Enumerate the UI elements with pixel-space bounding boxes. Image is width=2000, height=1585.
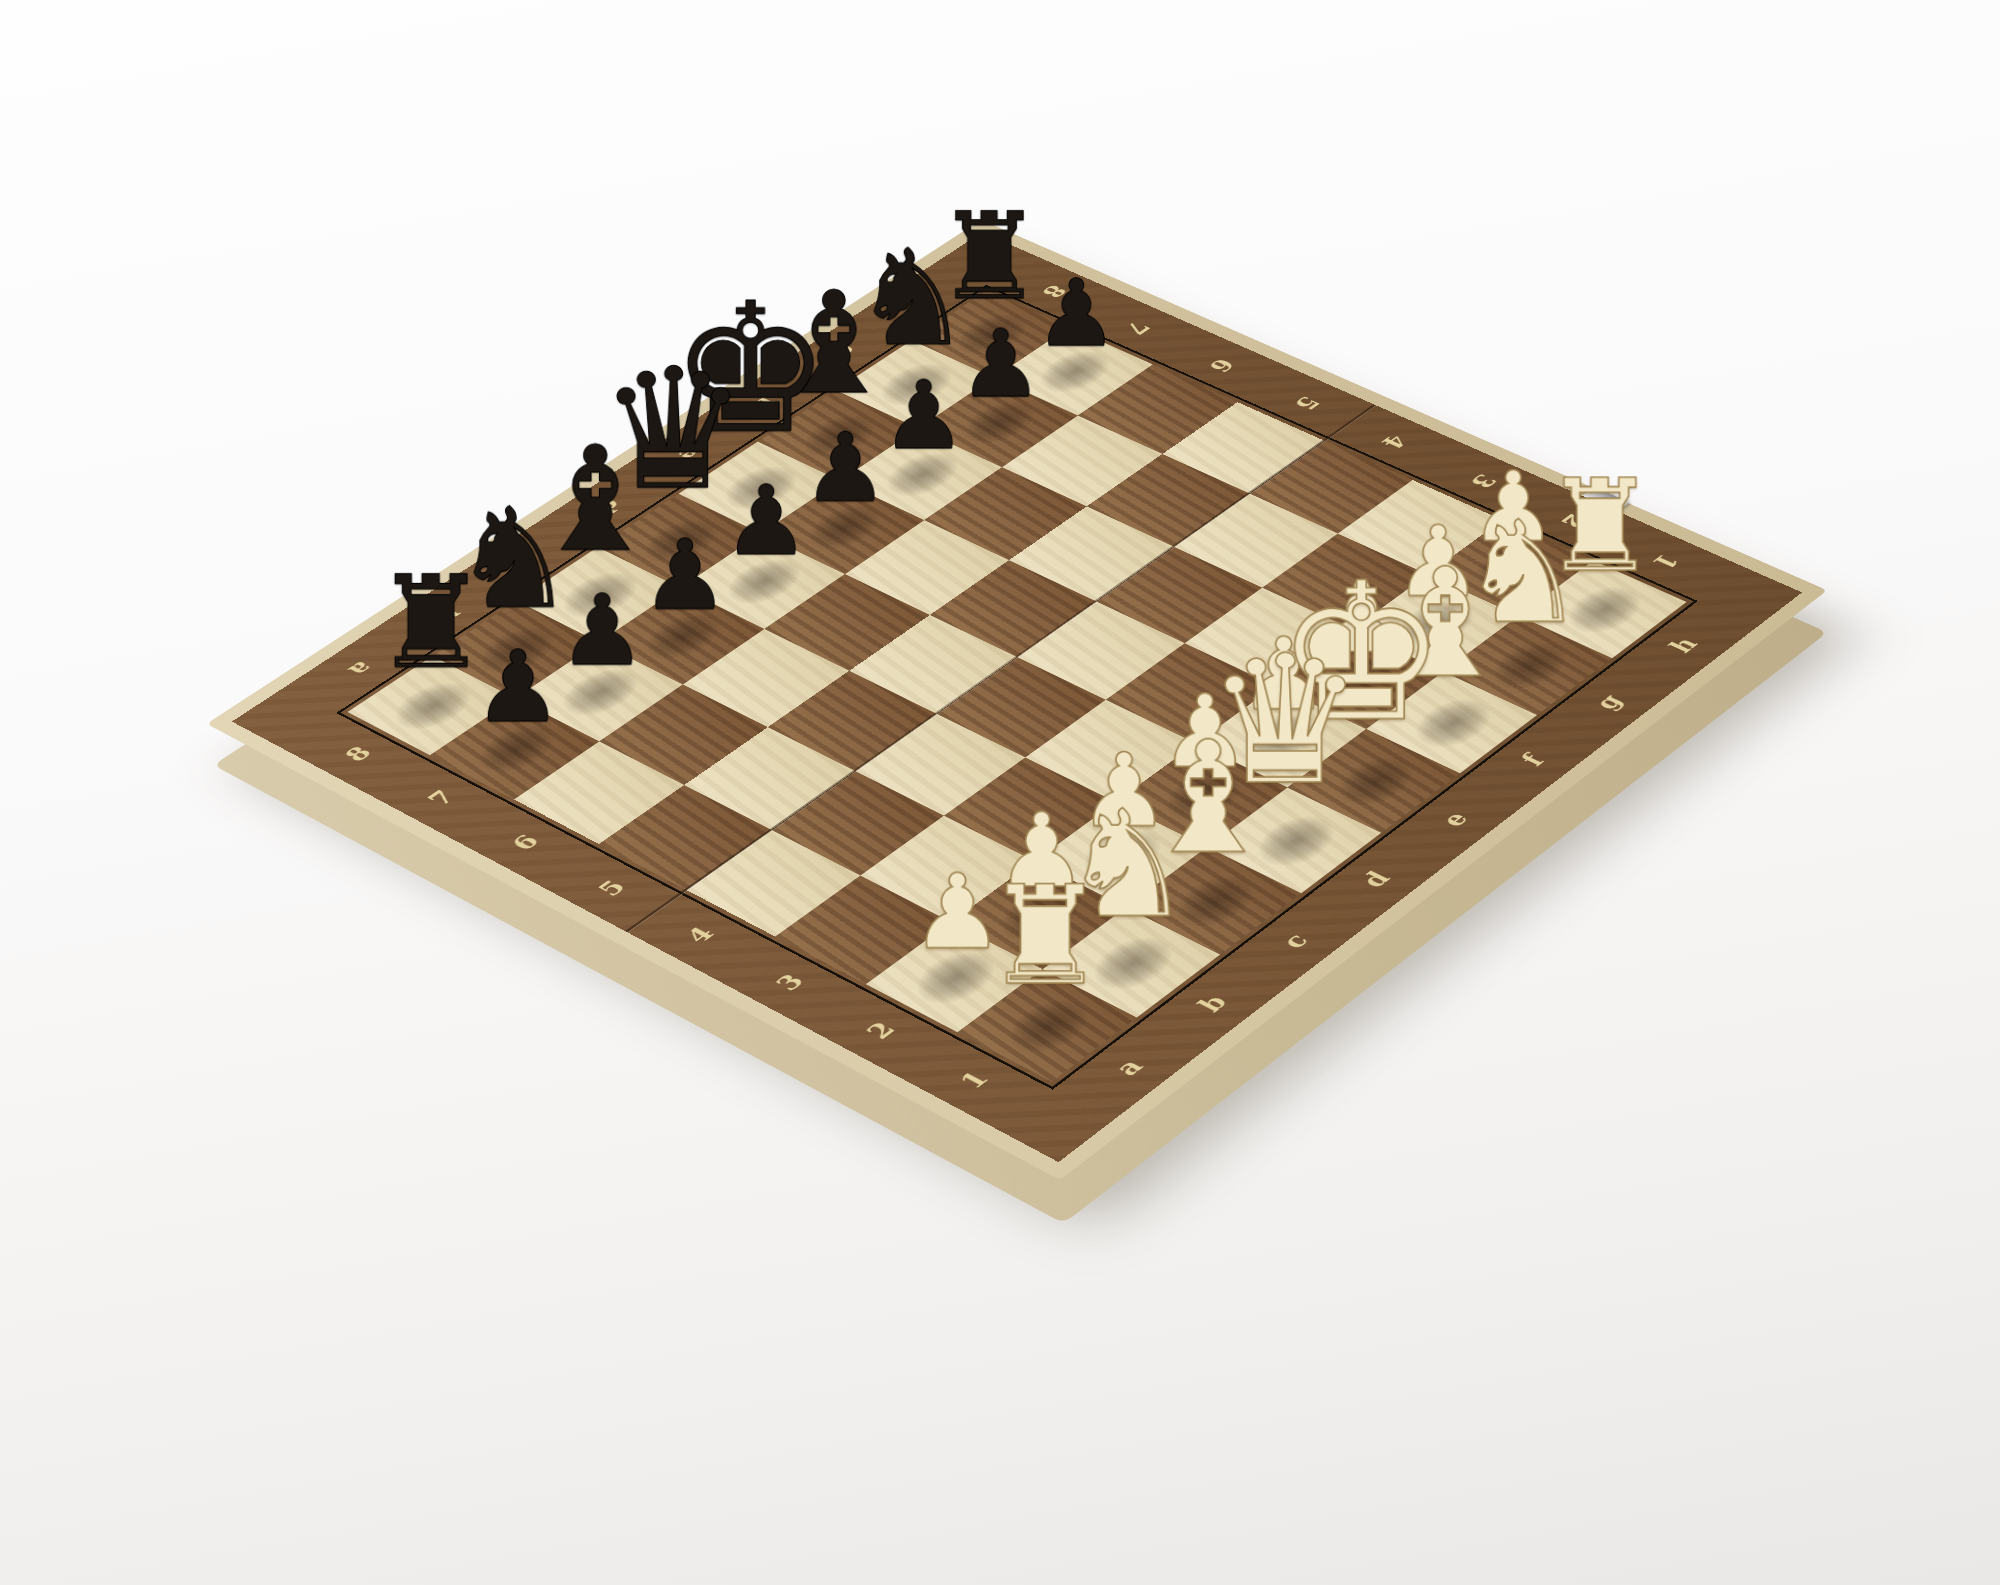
chess-board: ♜♞♝♛♚♝♞♜♟♟♟♟♟♟♟♟♟♟♟♟♟♟♟♟♜♞♝♛♚♝♞♜ abcdefg…: [207, 220, 1828, 1180]
square-d6[interactable]: [764, 574, 930, 671]
black-pawn-d7[interactable]: ♟: [723, 473, 809, 569]
white-rook-a1[interactable]: ♜: [985, 868, 1107, 1004]
black-pawn-e7[interactable]: ♟: [803, 420, 888, 515]
black-rook-a8[interactable]: ♜: [374, 559, 488, 687]
black-pawn-b7[interactable]: ♟: [558, 581, 646, 679]
black-pawn-a7[interactable]: ♟: [474, 637, 563, 736]
board-border: ♜♞♝♛♚♝♞♜♟♟♟♟♟♟♟♟♟♟♟♟♟♟♟♟♜♞♝♛♚♝♞♜ abcdefg…: [232, 232, 1802, 1162]
playing-area: ♜♞♝♛♚♝♞♜♟♟♟♟♟♟♟♟♟♟♟♟♟♟♟♟♜♞♝♛♚♝♞♜: [348, 291, 1687, 1082]
product-photo-scene: ♜♞♝♛♚♝♞♜♟♟♟♟♟♟♟♟♟♟♟♟♟♟♟♟♜♞♝♛♚♝♞♜ abcdefg…: [0, 0, 2000, 1585]
black-pawn-g7[interactable]: ♟: [959, 317, 1043, 411]
black-pawn-h7[interactable]: ♟: [1035, 267, 1118, 360]
black-pawn-f7[interactable]: ♟: [881, 368, 966, 462]
black-pawn-c7[interactable]: ♟: [641, 526, 728, 623]
board-inner-line: ♜♞♝♛♚♝♞♜♟♟♟♟♟♟♟♟♟♟♟♟♟♟♟♟♜♞♝♛♚♝♞♜: [336, 285, 1698, 1090]
